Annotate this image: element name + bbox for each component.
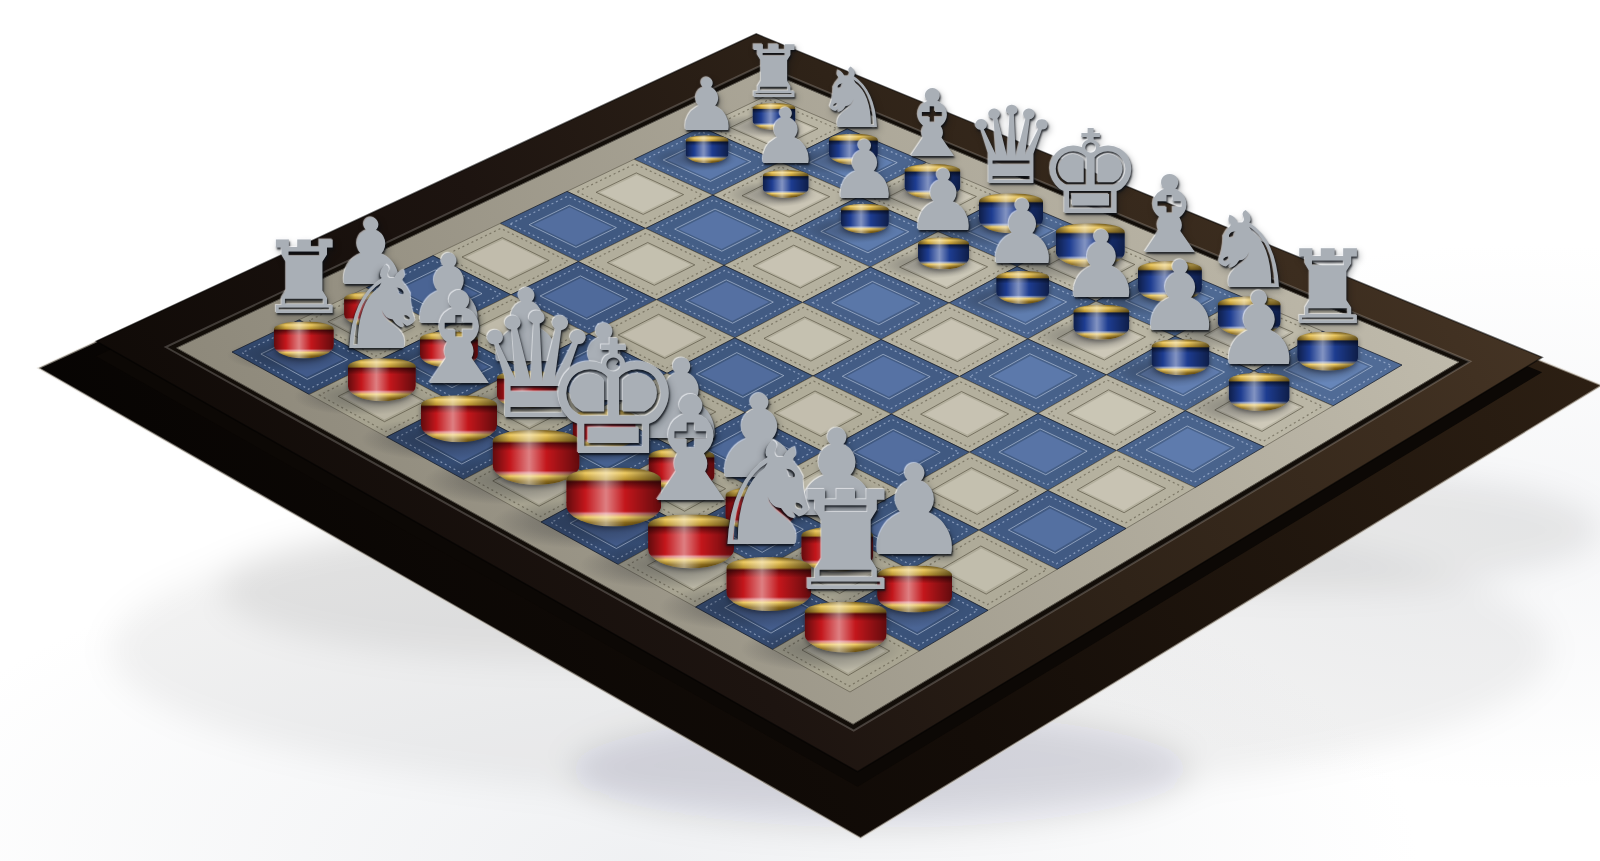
piece-base-blue (685, 136, 728, 163)
piece-white-rook-h1[interactable]: ♜ (784, 478, 907, 652)
photo-backdrop: ♜♟♞♟♝♛♟♚♟♝♟♟♞♟♜♟♜♟♞♟♟♝♟♛♟♚♟♝♟♞♟♜ (0, 0, 1600, 861)
piece-base-blue (1151, 339, 1209, 375)
piece-base-blue (996, 271, 1049, 304)
chess-pawn-glyph: ♟ (675, 72, 740, 139)
chess-pawn-glyph: ♟ (829, 132, 901, 206)
piece-black-pawn-h7[interactable]: ♟ (1214, 283, 1305, 411)
piece-base-blue (1229, 373, 1289, 411)
chess-pawn-glyph: ♟ (1214, 283, 1305, 376)
piece-base-red (274, 321, 334, 359)
piece-black-pawn-e7[interactable]: ♟ (983, 192, 1063, 304)
chess-pawn-glyph: ♟ (1060, 222, 1143, 308)
piece-black-pawn-a7[interactable]: ♟ (675, 72, 740, 163)
piece-base-blue (1297, 332, 1358, 370)
chess-pawn-glyph: ♟ (906, 162, 982, 240)
piece-black-pawn-c7[interactable]: ♟ (829, 132, 901, 233)
piece-base-blue (763, 170, 809, 199)
pieces-layer: ♜♟♞♟♝♛♟♚♟♝♟♟♞♟♜♟♜♟♞♟♟♝♟♛♟♚♟♝♟♞♟♜ (0, 0, 1600, 861)
chess-pawn-glyph: ♟ (752, 102, 821, 172)
piece-base-blue (918, 237, 969, 269)
piece-black-pawn-b7[interactable]: ♟ (752, 102, 821, 198)
chess-pawn-glyph: ♟ (983, 192, 1063, 274)
piece-base-blue (841, 203, 889, 233)
piece-black-pawn-f7[interactable]: ♟ (1060, 222, 1143, 339)
chess-pawn-glyph: ♟ (1137, 253, 1224, 342)
piece-black-pawn-d7[interactable]: ♟ (906, 162, 982, 269)
chess-rook-glyph: ♜ (784, 478, 907, 604)
piece-base-blue (1074, 305, 1130, 340)
piece-base-red (805, 601, 887, 652)
piece-black-pawn-g7[interactable]: ♟ (1137, 253, 1224, 376)
